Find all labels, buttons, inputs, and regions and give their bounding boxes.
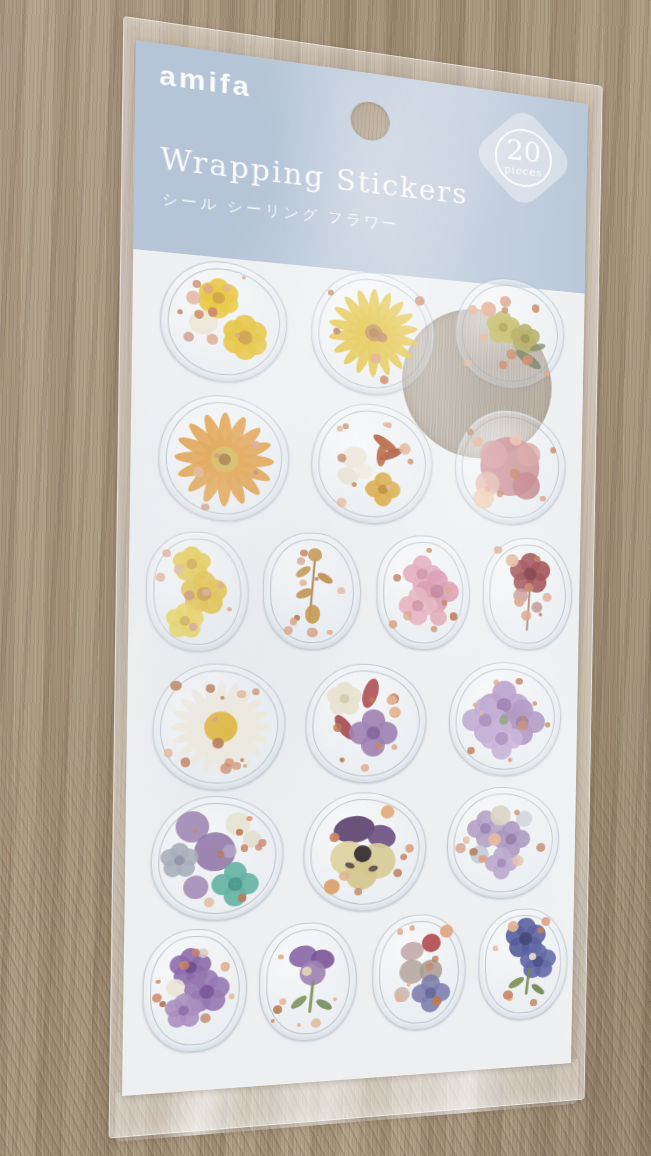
sticker-14-purple-teal-mix [150,795,284,923]
backing-card: amifa Wrapping Stickers シール シーリング フラワー 2… [122,40,588,1096]
sticker-11-white-daisy [152,663,287,791]
sticker-17-purple-phlox [142,927,248,1055]
product-photo: { "product": { "brand": "amifa", "title"… [0,0,651,1156]
sticker-5-white-rust-flowers [311,400,434,527]
sticker-1-yellow-blossoms-white [159,256,288,387]
sticker-13-lavender-hydrangea [448,661,562,776]
sticker-3-chartreuse-blossoms-leaf [455,273,565,392]
sticker-15-pansy [303,792,428,914]
sticker-8-golden-sprig [262,531,362,651]
sticker-19-mauve-mix [372,913,467,1033]
sticker-6-rose-bloom [454,406,566,527]
sticker-2-yellow-daisy [310,267,435,399]
sticker-sheet [122,40,588,1096]
sticker-package: amifa Wrapping Stickers シール シーリング フラワー 2… [122,40,588,1096]
sticker-10-burgundy-flower [482,536,573,650]
sticker-18-purple-pansy-plant [258,921,357,1044]
sticker-20-blue-violets [478,907,569,1022]
sticker-9-pink-hydrangea [376,534,471,651]
sticker-16-pastel-mix [446,786,560,900]
sticker-12-red-purple-mix [305,663,428,784]
sticker-7-yellow-trio [145,530,249,653]
sticker-4-orange-daisy [158,391,291,524]
